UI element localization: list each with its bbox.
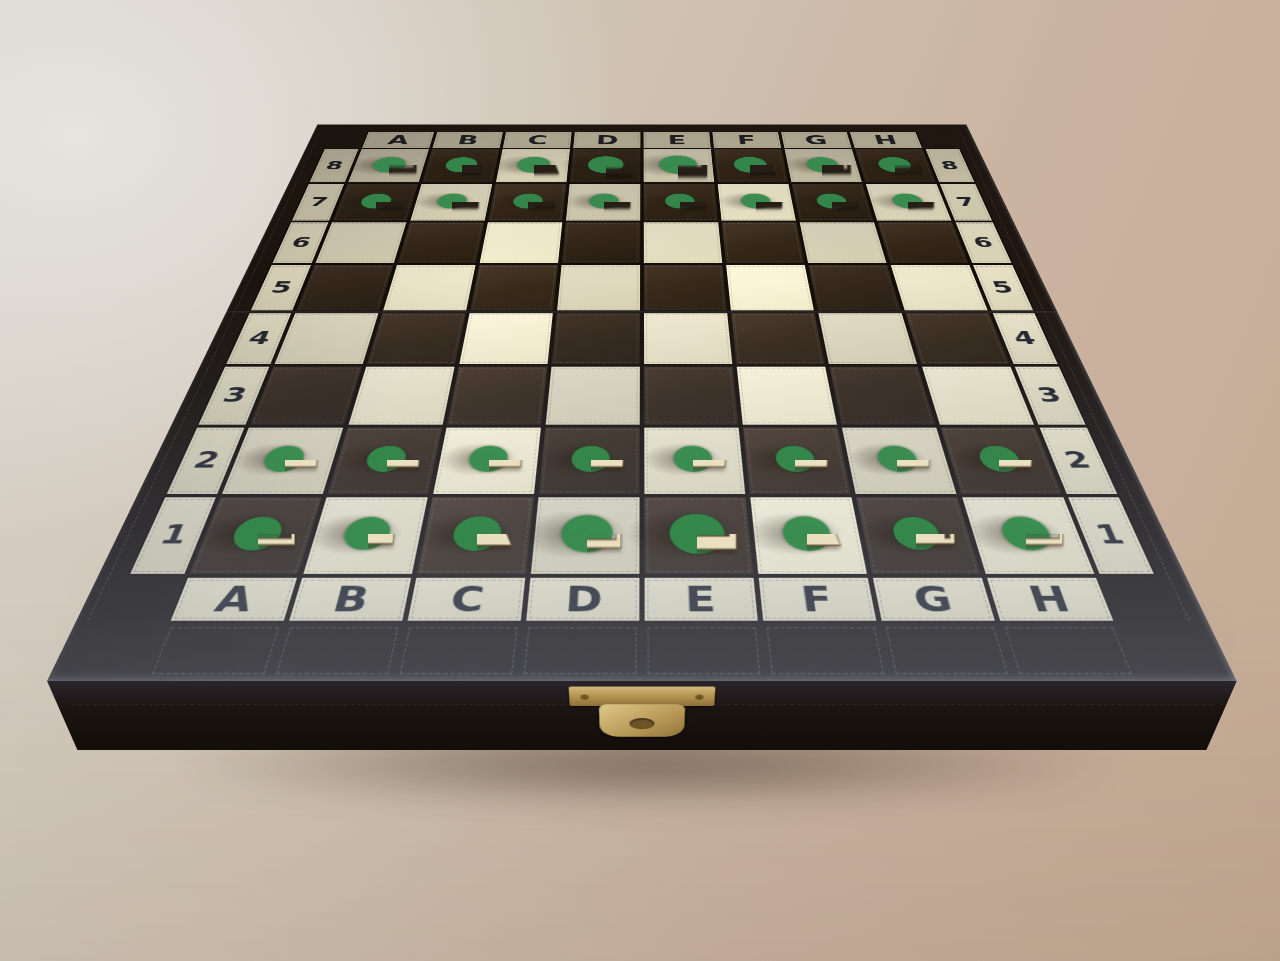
clasp-hole <box>630 718 655 729</box>
clasp-screw <box>695 695 704 700</box>
square-e7[interactable] <box>642 183 720 221</box>
square-a8[interactable] <box>346 148 431 183</box>
square-a7[interactable] <box>331 183 421 221</box>
square-g6[interactable] <box>798 221 889 264</box>
square-c6[interactable] <box>478 221 565 264</box>
brass-clasp <box>569 687 716 744</box>
square-e8[interactable] <box>642 148 716 183</box>
clasp-plate <box>569 687 716 706</box>
square-b6[interactable] <box>395 221 486 264</box>
square-f8[interactable] <box>712 148 789 183</box>
board-front-face <box>47 681 1237 750</box>
square-c7[interactable] <box>486 183 568 221</box>
square-g5[interactable] <box>806 264 903 312</box>
chess-board: AABBCCDDEEFFGGHH1122334455667788 ♜♞♝♛♚♝♞… <box>47 125 1237 682</box>
square-d8[interactable] <box>568 148 642 183</box>
file-label-f-far: F <box>711 132 783 149</box>
file-label-g-far: G <box>779 132 853 149</box>
file-label-e-far: E <box>642 132 712 149</box>
square-d7[interactable] <box>564 183 642 221</box>
photo-scene: AABBCCDDEEFFGGHH1122334455667788 ♜♞♝♛♚♝♞… <box>0 0 1280 961</box>
square-b8[interactable] <box>420 148 501 183</box>
clasp-screw <box>580 695 589 700</box>
square-f7[interactable] <box>716 183 798 221</box>
file-label-c-far: C <box>501 132 573 149</box>
square-b7[interactable] <box>408 183 494 221</box>
file-label-d-far: D <box>572 132 642 149</box>
file-label-b-far: B <box>431 132 505 149</box>
square-c8[interactable] <box>494 148 571 183</box>
file-label-h-far: H <box>848 132 924 149</box>
square-g7[interactable] <box>790 183 876 221</box>
file-label-a-far: A <box>360 132 436 149</box>
square-b5[interactable] <box>381 264 478 312</box>
square-g8[interactable] <box>783 148 864 183</box>
perspective-container: AABBCCDDEEFFGGHH1122334455667788 ♜♞♝♛♚♝♞… <box>0 0 1280 961</box>
